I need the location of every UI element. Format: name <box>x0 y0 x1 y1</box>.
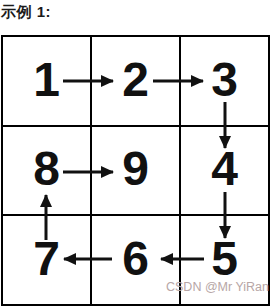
cell-r0-c1: 2 <box>92 37 179 125</box>
cell-value: 9 <box>122 145 149 193</box>
example-label: 示例 1: <box>1 3 51 22</box>
spiral-matrix-board: 1 2 3 8 9 4 7 6 5 <box>1 35 270 306</box>
cell-value: 1 <box>33 56 60 104</box>
csdn-watermark: CSDN @Mr YiRan <box>166 280 269 294</box>
cell-r2-c0: 7 <box>3 216 90 304</box>
cell-value: 2 <box>122 56 149 104</box>
cell-value: 3 <box>211 56 238 104</box>
cell-value: 5 <box>211 235 238 283</box>
cell-value: 4 <box>211 145 238 193</box>
cell-value: 6 <box>122 235 149 283</box>
cell-value: 7 <box>33 235 60 283</box>
cell-r0-c0: 1 <box>3 37 90 125</box>
cell-value: 8 <box>33 145 60 193</box>
cell-r1-c1: 9 <box>92 127 179 215</box>
cell-r1-c0: 8 <box>3 127 90 215</box>
cell-r0-c2: 3 <box>181 37 268 125</box>
cell-r1-c2: 4 <box>181 127 268 215</box>
